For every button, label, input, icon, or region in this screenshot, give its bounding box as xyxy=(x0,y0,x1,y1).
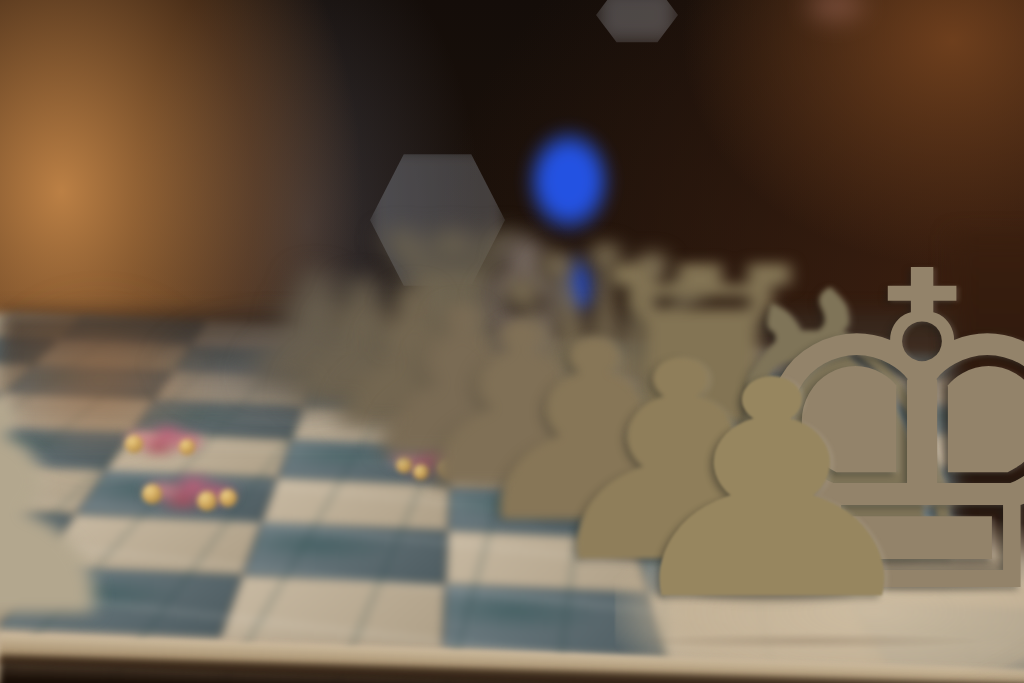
gold-bead xyxy=(219,489,237,507)
chess-piece-pawn: ♟ xyxy=(0,360,166,660)
chessboard-photo: ♟♟♜♝♛♜♟♟♟♟♞♟♟♚♟ xyxy=(0,0,1024,683)
gold-bead xyxy=(179,439,195,455)
chess-piece-pawn: ♟ xyxy=(585,342,960,642)
gold-bead xyxy=(197,491,217,511)
